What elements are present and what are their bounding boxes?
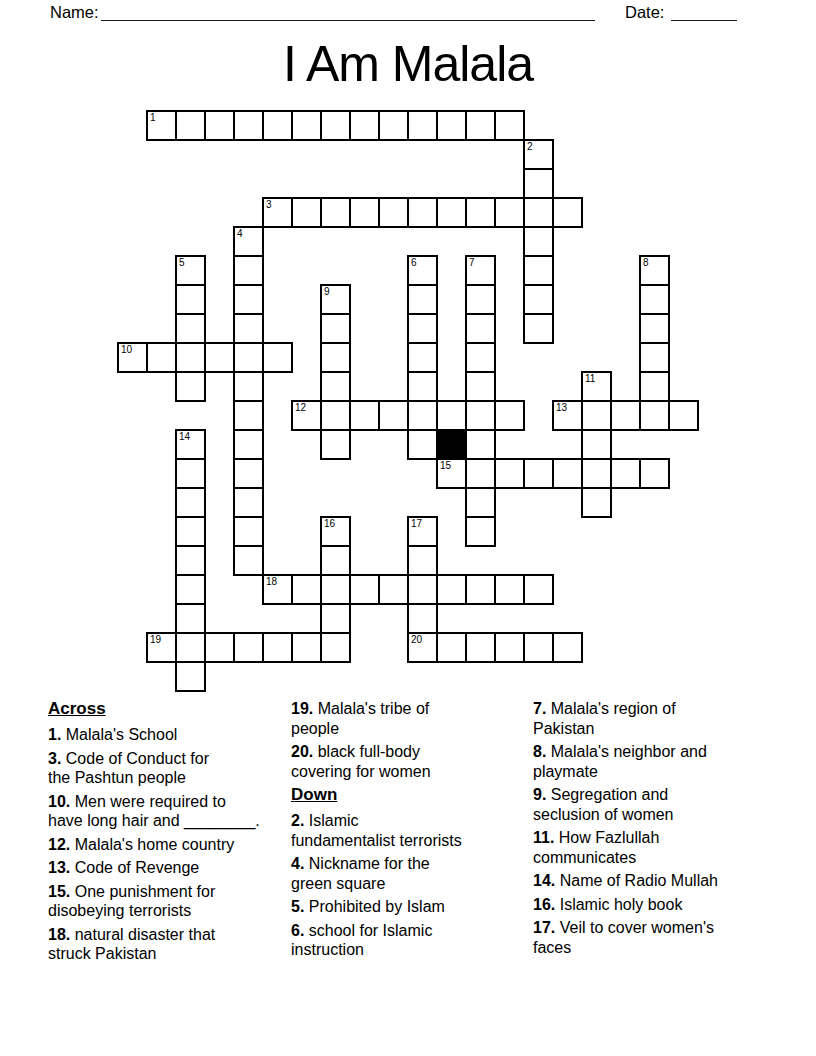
- grid-cell-r16c7[interactable]: [320, 574, 351, 605]
- grid-cell-r18c7[interactable]: [320, 632, 351, 663]
- worksheet-page: Name: Date: I Am Malala 1234567891011121…: [0, 0, 816, 1056]
- grid-cell-r7c4[interactable]: [233, 313, 264, 344]
- grid-cell-r7c10[interactable]: [407, 313, 438, 344]
- grid-cell-r3c6[interactable]: [291, 197, 322, 228]
- grid-cell-r0c9[interactable]: [378, 110, 409, 141]
- grid-cell-r5c12[interactable]: 7: [465, 255, 496, 286]
- grid-cell-r3c12[interactable]: [465, 197, 496, 228]
- grid-cell-r10c6[interactable]: 12: [291, 400, 322, 431]
- grid-cell-r10c13[interactable]: [494, 400, 525, 431]
- clue-2: 2. Islamicfundamentalist terrorists: [291, 811, 531, 850]
- date-input-line[interactable]: [671, 20, 737, 21]
- grid-cell-r15c7[interactable]: [320, 545, 351, 576]
- clue-10: 10. Men were required tohave long hair a…: [48, 792, 294, 831]
- date-label: Date:: [625, 3, 664, 22]
- grid-cell-r15c4[interactable]: [233, 545, 264, 576]
- grid-cell-r10c17[interactable]: [610, 400, 641, 431]
- grid-cell-r0c8[interactable]: [349, 110, 380, 141]
- clue-number-20: 20: [411, 634, 422, 645]
- grid-cell-r10c12[interactable]: [465, 400, 496, 431]
- grid-cell-r17c10[interactable]: [407, 603, 438, 634]
- grid-cell-r10c7[interactable]: [320, 400, 351, 431]
- blocked-cell: [436, 429, 467, 460]
- clue-number-17: 17: [411, 518, 422, 529]
- clue-column-1: Across1. Malala's School3. Code of Condu…: [48, 699, 294, 968]
- grid-cell-r0c1[interactable]: 1: [146, 110, 177, 141]
- grid-cell-r8c2[interactable]: [175, 342, 206, 373]
- clue-11: 11. How Fazlullahcommunicates: [533, 828, 783, 867]
- grid-cell-r14c7[interactable]: 16: [320, 516, 351, 547]
- grid-cell-r9c2[interactable]: [175, 371, 206, 402]
- grid-cell-r11c16[interactable]: [581, 429, 612, 460]
- grid-cell-r0c11[interactable]: [436, 110, 467, 141]
- grid-cell-r12c15[interactable]: [552, 458, 583, 489]
- grid-cell-r3c15[interactable]: [552, 197, 583, 228]
- grid-cell-r17c7[interactable]: [320, 603, 351, 634]
- clue-number-12: 12: [295, 402, 306, 413]
- grid-cell-r8c3[interactable]: [204, 342, 235, 373]
- clue-column-2: 19. Malala's tribe ofpeople20. black ful…: [291, 699, 531, 964]
- grid-cell-r16c13[interactable]: [494, 574, 525, 605]
- grid-cell-r9c16[interactable]: 11: [581, 371, 612, 402]
- grid-cell-r18c14[interactable]: [523, 632, 554, 663]
- grid-cell-r0c4[interactable]: [233, 110, 264, 141]
- grid-cell-r18c3[interactable]: [204, 632, 235, 663]
- clue-6: 6. school for Islamicinstruction: [291, 921, 531, 960]
- grid-cell-r16c5[interactable]: 18: [262, 574, 293, 605]
- grid-cell-r0c3[interactable]: [204, 110, 235, 141]
- clue-number-8: 8: [643, 257, 649, 268]
- grid-cell-r8c12[interactable]: [465, 342, 496, 373]
- puzzle-title: I Am Malala: [0, 35, 816, 93]
- grid-cell-r12c2[interactable]: [175, 458, 206, 489]
- grid-cell-r8c4[interactable]: [233, 342, 264, 373]
- grid-cell-r18c15[interactable]: [552, 632, 583, 663]
- grid-cell-r9c12[interactable]: [465, 371, 496, 402]
- name-input-line[interactable]: [101, 20, 595, 21]
- clues-heading-across: Across: [48, 699, 294, 719]
- grid-cell-r6c12[interactable]: [465, 284, 496, 315]
- clue-number-5: 5: [179, 257, 185, 268]
- grid-cell-r7c7[interactable]: [320, 313, 351, 344]
- grid-cell-r10c8[interactable]: [349, 400, 380, 431]
- clue-20: 20. black full-bodycovering for women: [291, 742, 531, 781]
- clues-heading-down: Down: [291, 785, 531, 805]
- clue-19: 19. Malala's tribe ofpeople: [291, 699, 531, 738]
- grid-cell-r0c5[interactable]: [262, 110, 293, 141]
- grid-cell-r14c12[interactable]: [465, 516, 496, 547]
- clue-number-19: 19: [150, 634, 161, 645]
- grid-cell-r4c4[interactable]: 4: [233, 226, 264, 257]
- grid-cell-r10c10[interactable]: [407, 400, 438, 431]
- name-label: Name:: [50, 3, 99, 22]
- grid-cell-r14c4[interactable]: [233, 516, 264, 547]
- grid-cell-r18c10[interactable]: 20: [407, 632, 438, 663]
- grid-cell-r6c18[interactable]: [639, 284, 670, 315]
- grid-cell-r6c4[interactable]: [233, 284, 264, 315]
- clue-17: 17. Veil to cover women'sfaces: [533, 918, 783, 957]
- clue-number-7: 7: [469, 257, 475, 268]
- grid-cell-r5c4[interactable]: [233, 255, 264, 286]
- grid-cell-r13c2[interactable]: [175, 487, 206, 518]
- grid-cell-r10c9[interactable]: [378, 400, 409, 431]
- grid-cell-r0c2[interactable]: [175, 110, 206, 141]
- clue-4: 4. Nickname for thegreen square: [291, 854, 531, 893]
- grid-cell-r18c13[interactable]: [494, 632, 525, 663]
- grid-cell-r13c12[interactable]: [465, 487, 496, 518]
- clue-15: 15. One punishment fordisobeying terrori…: [48, 882, 294, 921]
- clue-9: 9. Segregation andseclusion of women: [533, 785, 783, 824]
- grid-cell-r12c14[interactable]: [523, 458, 554, 489]
- grid-cell-r18c4[interactable]: [233, 632, 264, 663]
- grid-cell-r9c10[interactable]: [407, 371, 438, 402]
- clue-number-13: 13: [556, 402, 567, 413]
- grid-cell-r0c7[interactable]: [320, 110, 351, 141]
- grid-cell-r15c2[interactable]: [175, 545, 206, 576]
- grid-cell-r18c6[interactable]: [291, 632, 322, 663]
- grid-cell-r3c8[interactable]: [349, 197, 380, 228]
- grid-cell-r4c14[interactable]: [523, 226, 554, 257]
- clue-number-2: 2: [527, 141, 533, 152]
- clue-16: 16. Islamic holy book: [533, 895, 783, 915]
- clue-number-10: 10: [121, 344, 132, 355]
- grid-cell-r8c0[interactable]: 10: [117, 342, 148, 373]
- grid-cell-r18c2[interactable]: [175, 632, 206, 663]
- grid-cell-r10c11[interactable]: [436, 400, 467, 431]
- grid-cell-r16c8[interactable]: [349, 574, 380, 605]
- grid-cell-r12c17[interactable]: [610, 458, 641, 489]
- clue-number-4: 4: [237, 228, 243, 239]
- grid-cell-r10c4[interactable]: [233, 400, 264, 431]
- grid-cell-r3c7[interactable]: [320, 197, 351, 228]
- grid-cell-r12c13[interactable]: [494, 458, 525, 489]
- grid-cell-r13c4[interactable]: [233, 487, 264, 518]
- clue-8: 8. Malala's neighbor andplaymate: [533, 742, 783, 781]
- grid-cell-r12c11[interactable]: 15: [436, 458, 467, 489]
- clue-12: 12. Malala's home country: [48, 835, 294, 855]
- grid-cell-r17c2[interactable]: [175, 603, 206, 634]
- grid-cell-r0c10[interactable]: [407, 110, 438, 141]
- grid-cell-r9c7[interactable]: [320, 371, 351, 402]
- grid-cell-r7c2[interactable]: [175, 313, 206, 344]
- grid-cell-r3c9[interactable]: [378, 197, 409, 228]
- grid-cell-r13c16[interactable]: [581, 487, 612, 518]
- grid-cell-r5c18[interactable]: 8: [639, 255, 670, 286]
- grid-cell-r3c11[interactable]: [436, 197, 467, 228]
- grid-cell-r18c12[interactable]: [465, 632, 496, 663]
- grid-cell-r18c11[interactable]: [436, 632, 467, 663]
- grid-cell-r9c18[interactable]: [639, 371, 670, 402]
- grid-cell-r5c2[interactable]: 5: [175, 255, 206, 286]
- grid-cell-r7c14[interactable]: [523, 313, 554, 344]
- grid-cell-r11c7[interactable]: [320, 429, 351, 460]
- clue-number-15: 15: [440, 460, 451, 471]
- clue-7: 7. Malala's region ofPakistan: [533, 699, 783, 738]
- grid-cell-r14c2[interactable]: [175, 516, 206, 547]
- grid-cell-r2c14[interactable]: [523, 168, 554, 199]
- grid-cell-r8c18[interactable]: [639, 342, 670, 373]
- grid-cell-r16c14[interactable]: [523, 574, 554, 605]
- grid-cell-r8c1[interactable]: [146, 342, 177, 373]
- grid-cell-r10c19[interactable]: [668, 400, 699, 431]
- grid-cell-r11c2[interactable]: 14: [175, 429, 206, 460]
- grid-cell-r3c5[interactable]: 3: [262, 197, 293, 228]
- grid-cell-r8c5[interactable]: [262, 342, 293, 373]
- grid-cell-r7c12[interactable]: [465, 313, 496, 344]
- clue-13: 13. Code of Revenge: [48, 858, 294, 878]
- grid-cell-r11c12[interactable]: [465, 429, 496, 460]
- clue-14: 14. Name of Radio Mullah: [533, 871, 783, 891]
- grid-cell-r11c4[interactable]: [233, 429, 264, 460]
- grid-cell-r10c18[interactable]: [639, 400, 670, 431]
- grid-cell-r12c18[interactable]: [639, 458, 670, 489]
- clue-3: 3. Code of Conduct forthe Pashtun people: [48, 749, 294, 788]
- grid-cell-r12c16[interactable]: [581, 458, 612, 489]
- grid-cell-r11c10[interactable]: [407, 429, 438, 460]
- clue-5: 5. Prohibited by Islam: [291, 897, 531, 917]
- grid-cell-r3c10[interactable]: [407, 197, 438, 228]
- grid-cell-r8c7[interactable]: [320, 342, 351, 373]
- clue-number-9: 9: [324, 286, 330, 297]
- grid-cell-r14c10[interactable]: 17: [407, 516, 438, 547]
- clue-number-1: 1: [150, 112, 156, 123]
- grid-cell-r0c12[interactable]: [465, 110, 496, 141]
- clue-1: 1. Malala's School: [48, 725, 294, 745]
- grid-cell-r3c14[interactable]: [523, 197, 554, 228]
- grid-cell-r16c9[interactable]: [378, 574, 409, 605]
- clue-18: 18. natural disaster thatstruck Pakistan: [48, 925, 294, 964]
- clue-number-3: 3: [266, 199, 272, 210]
- grid-cell-r8c10[interactable]: [407, 342, 438, 373]
- grid-cell-r6c10[interactable]: [407, 284, 438, 315]
- grid-cell-r0c13[interactable]: [494, 110, 525, 141]
- grid-cell-r16c12[interactable]: [465, 574, 496, 605]
- grid-cell-r19c2[interactable]: [175, 661, 206, 692]
- grid-cell-r3c13[interactable]: [494, 197, 525, 228]
- grid-cell-r16c10[interactable]: [407, 574, 438, 605]
- grid-cell-r12c12[interactable]: [465, 458, 496, 489]
- grid-cell-r16c2[interactable]: [175, 574, 206, 605]
- grid-cell-r5c14[interactable]: [523, 255, 554, 286]
- grid-cell-r15c10[interactable]: [407, 545, 438, 576]
- grid-cell-r12c4[interactable]: [233, 458, 264, 489]
- grid-cell-r9c4[interactable]: [233, 371, 264, 402]
- grid-cell-r18c1[interactable]: 19: [146, 632, 177, 663]
- clue-number-16: 16: [324, 518, 335, 529]
- grid-cell-r6c14[interactable]: [523, 284, 554, 315]
- grid-cell-r0c6[interactable]: [291, 110, 322, 141]
- grid-cell-r5c10[interactable]: 6: [407, 255, 438, 286]
- clue-number-6: 6: [411, 257, 417, 268]
- clue-number-18: 18: [266, 576, 277, 587]
- clue-number-14: 14: [179, 431, 190, 442]
- grid-cell-r18c5[interactable]: [262, 632, 293, 663]
- grid-cell-r16c11[interactable]: [436, 574, 467, 605]
- grid-cell-r10c15[interactable]: 13: [552, 400, 583, 431]
- grid-cell-r7c18[interactable]: [639, 313, 670, 344]
- grid-cell-r10c16[interactable]: [581, 400, 612, 431]
- grid-cell-r6c2[interactable]: [175, 284, 206, 315]
- grid-cell-r16c6[interactable]: [291, 574, 322, 605]
- clue-number-11: 11: [585, 373, 595, 384]
- crossword-grid: 1234567891011121314151617181920: [117, 110, 700, 693]
- grid-cell-r6c7[interactable]: 9: [320, 284, 351, 315]
- clue-column-3: 7. Malala's region ofPakistan8. Malala's…: [533, 699, 783, 961]
- grid-cell-r1c14[interactable]: 2: [523, 139, 554, 170]
